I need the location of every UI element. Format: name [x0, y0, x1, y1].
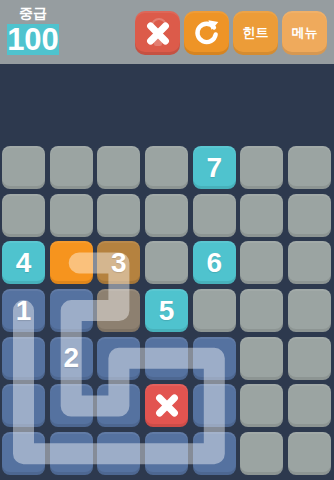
header-bar: 중급 100 힌트 메뉴	[0, 0, 334, 64]
cell-r4c3[interactable]	[97, 289, 140, 332]
cell-r6c2[interactable]	[50, 384, 93, 427]
board: 7436152	[2, 146, 331, 475]
cell-r7c5[interactable]	[193, 432, 236, 475]
cell-r2c4[interactable]	[145, 194, 188, 237]
cell-r3c7[interactable]	[288, 241, 331, 284]
cell-r3c4[interactable]	[145, 241, 188, 284]
cell-number: 1	[16, 295, 32, 327]
cell-number: 2	[63, 342, 79, 374]
cell-r3c1[interactable]: 4	[2, 241, 45, 284]
cell-r4c5[interactable]	[193, 289, 236, 332]
cell-r1c5[interactable]: 7	[193, 146, 236, 189]
cell-r1c3[interactable]	[97, 146, 140, 189]
cell-r2c2[interactable]	[50, 194, 93, 237]
hint-button[interactable]: 힌트	[233, 11, 278, 55]
cell-r6c1[interactable]	[2, 384, 45, 427]
cell-r3c3[interactable]: 3	[97, 241, 140, 284]
refresh-icon	[192, 19, 221, 48]
cell-r2c5[interactable]	[193, 194, 236, 237]
cell-r4c4[interactable]: 5	[145, 289, 188, 332]
cell-r6c5[interactable]	[193, 384, 236, 427]
cell-number: 6	[206, 247, 222, 279]
cell-r3c6[interactable]	[240, 241, 283, 284]
cell-r4c1[interactable]: 1	[2, 289, 45, 332]
cell-r5c1[interactable]	[2, 337, 45, 380]
app-screen: 중급 100 힌트 메뉴 7436152	[0, 0, 334, 480]
cell-r5c6[interactable]	[240, 337, 283, 380]
level-difficulty-label: 중급	[19, 4, 47, 24]
cell-r5c3[interactable]	[97, 337, 140, 380]
restart-button[interactable]	[184, 11, 229, 55]
cell-r5c7[interactable]	[288, 337, 331, 380]
quit-button[interactable]	[135, 11, 180, 55]
cell-r7c2[interactable]	[50, 432, 93, 475]
cell-r1c1[interactable]	[2, 146, 45, 189]
cell-r7c7[interactable]	[288, 432, 331, 475]
level-indicator: 중급 100	[6, 4, 60, 55]
cell-r3c5[interactable]: 6	[193, 241, 236, 284]
cell-r4c7[interactable]	[288, 289, 331, 332]
cell-r2c3[interactable]	[97, 194, 140, 237]
cell-r6c6[interactable]	[240, 384, 283, 427]
cell-number: 7	[206, 152, 222, 184]
cell-r4c6[interactable]	[240, 289, 283, 332]
hint-button-label: 힌트	[243, 24, 269, 42]
header-buttons: 힌트 메뉴	[135, 11, 327, 55]
cell-r5c4[interactable]	[145, 337, 188, 380]
cell-r1c2[interactable]	[50, 146, 93, 189]
cell-number: 5	[159, 295, 175, 327]
cell-r6c3[interactable]	[97, 384, 140, 427]
cell-r7c1[interactable]	[2, 432, 45, 475]
cell-number: 3	[111, 247, 127, 279]
cell-r4c2[interactable]	[50, 289, 93, 332]
cell-r5c5[interactable]	[193, 337, 236, 380]
menu-button-label: 메뉴	[292, 24, 318, 42]
cell-r7c3[interactable]	[97, 432, 140, 475]
menu-button[interactable]: 메뉴	[282, 11, 327, 55]
cell-r1c6[interactable]	[240, 146, 283, 189]
cell-r2c1[interactable]	[2, 194, 45, 237]
cell-r1c7[interactable]	[288, 146, 331, 189]
cell-r6c4[interactable]	[145, 384, 188, 427]
cell-r7c6[interactable]	[240, 432, 283, 475]
cell-r3c2[interactable]	[50, 241, 93, 284]
level-number: 100	[7, 24, 59, 55]
cell-r6c7[interactable]	[288, 384, 331, 427]
cell-r5c2[interactable]: 2	[50, 337, 93, 380]
cell-r2c7[interactable]	[288, 194, 331, 237]
blocked-x-icon	[150, 389, 184, 423]
close-icon	[143, 18, 173, 48]
cell-number: 4	[16, 247, 32, 279]
cell-r2c6[interactable]	[240, 194, 283, 237]
cell-r1c4[interactable]	[145, 146, 188, 189]
cell-r7c4[interactable]	[145, 432, 188, 475]
